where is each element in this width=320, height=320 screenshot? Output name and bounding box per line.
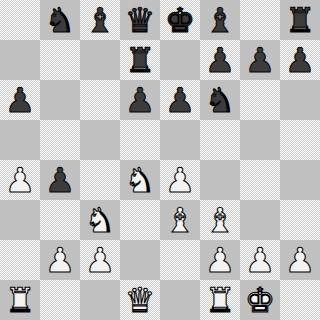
- piece-white-rook: ♜: [200, 280, 240, 320]
- piece-white-bishop: ♝: [160, 200, 200, 240]
- square-f7[interactable]: ♟: [200, 40, 240, 80]
- square-f4[interactable]: [200, 160, 240, 200]
- piece-white-queen: ♛: [120, 280, 160, 320]
- square-b7[interactable]: [40, 40, 80, 80]
- square-g8[interactable]: [240, 0, 280, 40]
- square-g1[interactable]: ♚: [240, 280, 280, 320]
- piece-black-pawn: ♟: [40, 160, 80, 200]
- piece-black-pawn: ♟: [120, 80, 160, 120]
- square-a2[interactable]: [0, 240, 40, 280]
- square-e4[interactable]: ♟: [160, 160, 200, 200]
- square-b5[interactable]: [40, 120, 80, 160]
- piece-white-pawn: ♟: [280, 240, 320, 280]
- square-f1[interactable]: ♜: [200, 280, 240, 320]
- piece-black-pawn: ♟: [160, 80, 200, 120]
- piece-black-bishop: ♝: [200, 0, 240, 40]
- square-c7[interactable]: [80, 40, 120, 80]
- square-b2[interactable]: ♟: [40, 240, 80, 280]
- square-c2[interactable]: ♟: [80, 240, 120, 280]
- square-c3[interactable]: ♞: [80, 200, 120, 240]
- square-d6[interactable]: ♟: [120, 80, 160, 120]
- square-e7[interactable]: [160, 40, 200, 80]
- square-e1[interactable]: [160, 280, 200, 320]
- square-h4[interactable]: [280, 160, 320, 200]
- square-f6[interactable]: ♞: [200, 80, 240, 120]
- piece-black-knight: ♞: [200, 80, 240, 120]
- square-c8[interactable]: ♝: [80, 0, 120, 40]
- chess-board: ♞♝♛♚♝♜♜♟♟♟♟♟♟♞♟♟♞♟♞♝♝♟♟♟♟♟♜♛♜♚: [0, 0, 320, 320]
- square-f3[interactable]: ♝: [200, 200, 240, 240]
- square-a5[interactable]: [0, 120, 40, 160]
- square-d3[interactable]: [120, 200, 160, 240]
- square-c4[interactable]: [80, 160, 120, 200]
- piece-black-pawn: ♟: [0, 80, 40, 120]
- square-h2[interactable]: ♟: [280, 240, 320, 280]
- square-b3[interactable]: [40, 200, 80, 240]
- square-b6[interactable]: [40, 80, 80, 120]
- square-h8[interactable]: ♜: [280, 0, 320, 40]
- square-f2[interactable]: ♟: [200, 240, 240, 280]
- piece-black-rook: ♜: [120, 40, 160, 80]
- square-d1[interactable]: ♛: [120, 280, 160, 320]
- square-g5[interactable]: [240, 120, 280, 160]
- square-a6[interactable]: ♟: [0, 80, 40, 120]
- piece-white-pawn: ♟: [0, 160, 40, 200]
- square-d7[interactable]: ♜: [120, 40, 160, 80]
- square-h1[interactable]: [280, 280, 320, 320]
- square-b1[interactable]: [40, 280, 80, 320]
- piece-black-knight: ♞: [40, 0, 80, 40]
- piece-white-pawn: ♟: [240, 240, 280, 280]
- square-c1[interactable]: [80, 280, 120, 320]
- piece-white-rook: ♜: [0, 280, 40, 320]
- square-c6[interactable]: [80, 80, 120, 120]
- piece-white-king: ♚: [240, 280, 280, 320]
- square-a3[interactable]: [0, 200, 40, 240]
- square-d4[interactable]: ♞: [120, 160, 160, 200]
- square-a4[interactable]: ♟: [0, 160, 40, 200]
- piece-white-pawn: ♟: [160, 160, 200, 200]
- square-e8[interactable]: ♚: [160, 0, 200, 40]
- piece-black-bishop: ♝: [80, 0, 120, 40]
- piece-white-knight: ♞: [80, 200, 120, 240]
- square-b4[interactable]: ♟: [40, 160, 80, 200]
- square-g7[interactable]: ♟: [240, 40, 280, 80]
- piece-white-pawn: ♟: [200, 240, 240, 280]
- square-e5[interactable]: [160, 120, 200, 160]
- square-h6[interactable]: [280, 80, 320, 120]
- piece-black-king: ♚: [160, 0, 200, 40]
- piece-white-bishop: ♝: [200, 200, 240, 240]
- square-d5[interactable]: [120, 120, 160, 160]
- piece-white-pawn: ♟: [40, 240, 80, 280]
- square-g6[interactable]: [240, 80, 280, 120]
- piece-white-knight: ♞: [120, 160, 160, 200]
- square-e2[interactable]: [160, 240, 200, 280]
- piece-black-pawn: ♟: [240, 40, 280, 80]
- square-g4[interactable]: [240, 160, 280, 200]
- square-a8[interactable]: [0, 0, 40, 40]
- square-e3[interactable]: ♝: [160, 200, 200, 240]
- square-h5[interactable]: [280, 120, 320, 160]
- square-f8[interactable]: ♝: [200, 0, 240, 40]
- square-g2[interactable]: ♟: [240, 240, 280, 280]
- square-h3[interactable]: [280, 200, 320, 240]
- piece-black-pawn: ♟: [280, 40, 320, 80]
- square-g3[interactable]: [240, 200, 280, 240]
- square-d2[interactable]: [120, 240, 160, 280]
- square-a1[interactable]: ♜: [0, 280, 40, 320]
- piece-white-pawn: ♟: [80, 240, 120, 280]
- square-f5[interactable]: [200, 120, 240, 160]
- square-h7[interactable]: ♟: [280, 40, 320, 80]
- square-b8[interactable]: ♞: [40, 0, 80, 40]
- piece-black-pawn: ♟: [200, 40, 240, 80]
- square-a7[interactable]: [0, 40, 40, 80]
- piece-black-queen: ♛: [120, 0, 160, 40]
- square-d8[interactable]: ♛: [120, 0, 160, 40]
- square-e6[interactable]: ♟: [160, 80, 200, 120]
- square-c5[interactable]: [80, 120, 120, 160]
- piece-black-rook: ♜: [280, 0, 320, 40]
